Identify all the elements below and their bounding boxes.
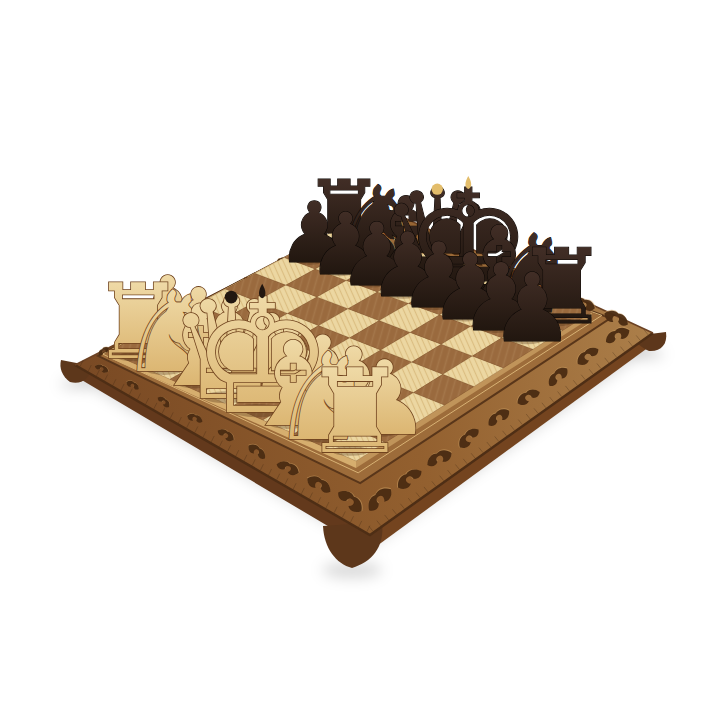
- piece-black-pawn-h7: ♟: [490, 253, 575, 363]
- piece-white-rook-h1: ♜: [303, 344, 407, 479]
- chess-board: ♜♞♟♝♟♛♟♚♟♝♟♞♟♜♟♟♟♟♜♟♞♟♝♟♛♟♚♟♝♟♞♜: [0, 0, 720, 720]
- product-photo-scene: ♜♞♟♝♟♛♟♚♟♝♟♞♟♜♟♟♟♟♜♟♞♟♝♟♛♟♚♟♝♟♞♜: [0, 0, 720, 720]
